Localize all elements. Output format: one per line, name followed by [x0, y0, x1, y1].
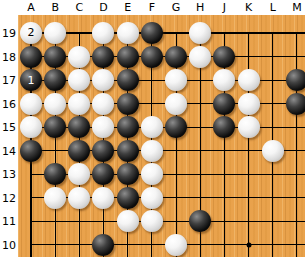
black-stone-M16[interactable] — [286, 93, 305, 115]
white-stone-J17[interactable] — [213, 69, 235, 91]
row-label-14: 14 — [2, 144, 16, 157]
intersection-J19[interactable] — [212, 21, 236, 45]
white-stone-D16[interactable] — [92, 93, 114, 115]
white-stone-D19[interactable] — [92, 22, 114, 44]
intersection-L19[interactable] — [261, 21, 285, 45]
intersection-F10[interactable] — [140, 233, 164, 257]
intersection-E17[interactable] — [116, 68, 140, 92]
white-stone-K17[interactable] — [238, 69, 260, 91]
intersection-F12[interactable] — [140, 186, 164, 210]
intersection-C16[interactable] — [67, 92, 91, 116]
intersection-M12[interactable] — [285, 186, 305, 210]
intersection-G12[interactable] — [164, 186, 188, 210]
black-stone-E17[interactable] — [117, 69, 139, 91]
intersection-C17[interactable] — [67, 68, 91, 92]
intersection-D18[interactable] — [91, 45, 115, 69]
intersection-K13[interactable] — [236, 162, 260, 186]
column-label-G: G — [172, 1, 181, 14]
black-stone-G15[interactable] — [165, 116, 187, 138]
intersection-J16[interactable] — [212, 92, 236, 116]
intersection-F14[interactable] — [140, 139, 164, 163]
intersection-B17[interactable] — [43, 68, 67, 92]
intersection-B11[interactable] — [43, 210, 67, 234]
intersection-A11[interactable] — [19, 210, 43, 234]
intersection-D19[interactable] — [91, 21, 115, 45]
black-stone-B13[interactable] — [44, 163, 66, 185]
black-stone-B15[interactable] — [44, 116, 66, 138]
column-label-K: K — [245, 1, 252, 14]
intersection-K16[interactable] — [236, 92, 260, 116]
intersection-D16[interactable] — [91, 92, 115, 116]
intersection-K10[interactable] — [236, 233, 260, 257]
intersection-K18[interactable] — [236, 45, 260, 69]
intersection-F19[interactable] — [140, 21, 164, 45]
intersection-C14[interactable] — [67, 139, 91, 163]
black-stone-D18[interactable] — [92, 46, 114, 68]
intersection-F17[interactable] — [140, 68, 164, 92]
intersection-E15[interactable] — [116, 115, 140, 139]
intersection-L12[interactable] — [261, 186, 285, 210]
white-stone-C16[interactable] — [68, 93, 90, 115]
intersection-L11[interactable] — [261, 210, 285, 234]
intersection-M15[interactable] — [285, 115, 305, 139]
intersection-B12[interactable] — [43, 186, 67, 210]
intersection-M11[interactable] — [285, 210, 305, 234]
intersection-K19[interactable] — [236, 21, 260, 45]
intersection-B13[interactable] — [43, 162, 67, 186]
intersection-C10[interactable] — [67, 233, 91, 257]
intersection-H14[interactable] — [188, 139, 212, 163]
black-stone-E13[interactable] — [117, 163, 139, 185]
intersection-M14[interactable] — [285, 139, 305, 163]
intersection-E19[interactable] — [116, 21, 140, 45]
intersection-H16[interactable] — [188, 92, 212, 116]
column-label-H: H — [196, 1, 204, 14]
black-stone-J16[interactable] — [213, 93, 235, 115]
intersection-A15[interactable] — [19, 115, 43, 139]
intersection-B15[interactable] — [43, 115, 67, 139]
intersection-E12[interactable] — [116, 186, 140, 210]
intersection-H12[interactable] — [188, 186, 212, 210]
intersection-B16[interactable] — [43, 92, 67, 116]
white-stone-D17[interactable] — [92, 69, 114, 91]
intersection-L10[interactable] — [261, 233, 285, 257]
intersection-H18[interactable] — [188, 45, 212, 69]
intersection-H19[interactable] — [188, 21, 212, 45]
black-stone-E15[interactable] — [117, 116, 139, 138]
intersection-K17[interactable] — [236, 68, 260, 92]
column-label-M: M — [292, 1, 302, 14]
intersection-K15[interactable] — [236, 115, 260, 139]
intersection-E18[interactable] — [116, 45, 140, 69]
black-stone-D10[interactable] — [92, 234, 114, 256]
intersection-A14[interactable] — [19, 139, 43, 163]
white-stone-G17[interactable] — [165, 69, 187, 91]
intersection-D12[interactable] — [91, 186, 115, 210]
white-stone-B12[interactable] — [44, 187, 66, 209]
intersection-L18[interactable] — [261, 45, 285, 69]
black-stone-B18[interactable] — [44, 46, 66, 68]
black-stone-B17[interactable] — [44, 69, 66, 91]
intersection-C18[interactable] — [67, 45, 91, 69]
column-label-A: A — [27, 1, 35, 14]
white-stone-A16[interactable] — [20, 93, 42, 115]
row-labels: 19181716151413121110 — [0, 0, 18, 257]
intersection-E11[interactable] — [116, 210, 140, 234]
white-stone-A15[interactable] — [20, 116, 42, 138]
intersection-J15[interactable] — [212, 115, 236, 139]
intersection-C11[interactable] — [67, 210, 91, 234]
intersection-F13[interactable] — [140, 162, 164, 186]
intersection-G19[interactable] — [164, 21, 188, 45]
intersection-D14[interactable] — [91, 139, 115, 163]
intersection-M18[interactable] — [285, 45, 305, 69]
column-labels: ABCDEFGHJKLM — [0, 0, 305, 15]
white-stone-E11[interactable] — [117, 210, 139, 232]
column-label-C: C — [76, 1, 84, 14]
black-stone-D14[interactable] — [92, 140, 114, 162]
intersection-G11[interactable] — [164, 210, 188, 234]
white-stone-F15[interactable] — [141, 116, 163, 138]
white-stone-C17[interactable] — [68, 69, 90, 91]
black-stone-J15[interactable] — [213, 116, 235, 138]
intersection-G16[interactable] — [164, 92, 188, 116]
intersection-B19[interactable] — [43, 21, 67, 45]
stone-move-number-A17: 1 — [27, 75, 34, 86]
intersection-K11[interactable] — [236, 210, 260, 234]
intersection-J18[interactable] — [212, 45, 236, 69]
column-label-D: D — [99, 1, 107, 14]
intersection-M10[interactable] — [285, 233, 305, 257]
column-label-B: B — [51, 1, 59, 14]
white-stone-D15[interactable] — [92, 116, 114, 138]
white-stone-C18[interactable] — [68, 46, 90, 68]
row-label-16: 16 — [2, 97, 16, 110]
white-stone-D12[interactable] — [92, 187, 114, 209]
black-stone-E16[interactable] — [117, 93, 139, 115]
black-stone-E18[interactable] — [117, 46, 139, 68]
intersection-L17[interactable] — [261, 68, 285, 92]
intersection-J12[interactable] — [212, 186, 236, 210]
intersection-M19[interactable] — [285, 21, 305, 45]
black-stone-C15[interactable] — [68, 116, 90, 138]
intersection-J14[interactable] — [212, 139, 236, 163]
intersection-F18[interactable] — [140, 45, 164, 69]
white-stone-F13[interactable] — [141, 163, 163, 185]
black-stone-A14[interactable] — [20, 140, 42, 162]
intersection-J11[interactable] — [212, 210, 236, 234]
intersection-E13[interactable] — [116, 162, 140, 186]
intersection-L15[interactable] — [261, 115, 285, 139]
intersection-M13[interactable] — [285, 162, 305, 186]
intersection-J13[interactable] — [212, 162, 236, 186]
intersection-D11[interactable] — [91, 210, 115, 234]
black-stone-C14[interactable] — [68, 140, 90, 162]
intersection-C13[interactable] — [67, 162, 91, 186]
intersection-E14[interactable] — [116, 139, 140, 163]
intersection-G17[interactable] — [164, 68, 188, 92]
white-stone-E19[interactable] — [117, 22, 139, 44]
white-stone-L14[interactable] — [262, 140, 284, 162]
intersection-D17[interactable] — [91, 68, 115, 92]
intersection-F15[interactable] — [140, 115, 164, 139]
row-label-10: 10 — [2, 238, 16, 251]
intersection-E10[interactable] — [116, 233, 140, 257]
column-label-F: F — [149, 1, 155, 14]
black-stone-J18[interactable] — [213, 46, 235, 68]
board-intersections: 21 — [19, 21, 305, 256]
intersection-H17[interactable] — [188, 68, 212, 92]
black-stone-F18[interactable] — [141, 46, 163, 68]
white-stone-G10[interactable] — [165, 234, 187, 256]
white-stone-A19[interactable]: 2 — [20, 22, 42, 44]
row-label-11: 11 — [2, 215, 16, 228]
row-label-15: 15 — [2, 121, 16, 134]
intersection-D15[interactable] — [91, 115, 115, 139]
black-stone-H11[interactable] — [189, 210, 211, 232]
stone-move-number-A19: 2 — [27, 27, 34, 38]
row-label-18: 18 — [2, 50, 16, 63]
black-stone-F19[interactable] — [141, 22, 163, 44]
white-stone-F14[interactable] — [141, 140, 163, 162]
white-stone-H18[interactable] — [189, 46, 211, 68]
intersection-F11[interactable] — [140, 210, 164, 234]
intersection-H13[interactable] — [188, 162, 212, 186]
intersection-G13[interactable] — [164, 162, 188, 186]
row-label-17: 17 — [2, 74, 16, 87]
intersection-J17[interactable] — [212, 68, 236, 92]
white-stone-C12[interactable] — [68, 187, 90, 209]
intersection-M17[interactable] — [285, 68, 305, 92]
intersection-A19[interactable]: 2 — [19, 21, 43, 45]
white-stone-B19[interactable] — [44, 22, 66, 44]
black-stone-A17[interactable]: 1 — [20, 69, 42, 91]
intersection-G14[interactable] — [164, 139, 188, 163]
white-stone-K16[interactable] — [238, 93, 260, 115]
intersection-E16[interactable] — [116, 92, 140, 116]
intersection-A13[interactable] — [19, 162, 43, 186]
go-board: 21 — [18, 15, 305, 257]
black-stone-D13[interactable] — [92, 163, 114, 185]
intersection-K14[interactable] — [236, 139, 260, 163]
column-label-E: E — [124, 1, 131, 14]
row-label-19: 19 — [2, 27, 16, 40]
white-stone-K15[interactable] — [238, 116, 260, 138]
white-stone-B16[interactable] — [44, 93, 66, 115]
intersection-L13[interactable] — [261, 162, 285, 186]
intersection-F16[interactable] — [140, 92, 164, 116]
intersection-L16[interactable] — [261, 92, 285, 116]
white-stone-C13[interactable] — [68, 163, 90, 185]
column-label-L: L — [270, 1, 276, 14]
intersection-A10[interactable] — [19, 233, 43, 257]
intersection-M16[interactable] — [285, 92, 305, 116]
intersection-H15[interactable] — [188, 115, 212, 139]
intersection-C15[interactable] — [67, 115, 91, 139]
intersection-J10[interactable] — [212, 233, 236, 257]
intersection-C12[interactable] — [67, 186, 91, 210]
intersection-A18[interactable] — [19, 45, 43, 69]
row-label-12: 12 — [2, 191, 16, 204]
black-stone-G18[interactable] — [165, 46, 187, 68]
intersection-A16[interactable] — [19, 92, 43, 116]
intersection-A17[interactable]: 1 — [19, 68, 43, 92]
intersection-H10[interactable] — [188, 233, 212, 257]
black-stone-M17[interactable] — [286, 69, 305, 91]
row-label-13: 13 — [2, 168, 16, 181]
intersection-B10[interactable] — [43, 233, 67, 257]
intersection-G18[interactable] — [164, 45, 188, 69]
intersection-D10[interactable] — [91, 233, 115, 257]
black-stone-E14[interactable] — [117, 140, 139, 162]
intersection-B14[interactable] — [43, 139, 67, 163]
intersection-C19[interactable] — [67, 21, 91, 45]
intersection-G10[interactable] — [164, 233, 188, 257]
intersection-B18[interactable] — [43, 45, 67, 69]
white-stone-G16[interactable] — [165, 93, 187, 115]
intersection-H11[interactable] — [188, 210, 212, 234]
black-stone-A18[interactable] — [20, 46, 42, 68]
white-stone-F11[interactable] — [141, 210, 163, 232]
intersection-L14[interactable] — [261, 139, 285, 163]
black-stone-E12[interactable] — [117, 187, 139, 209]
intersection-K12[interactable] — [236, 186, 260, 210]
intersection-G15[interactable] — [164, 115, 188, 139]
white-stone-F12[interactable] — [141, 187, 163, 209]
column-label-J: J — [223, 1, 226, 14]
intersection-D13[interactable] — [91, 162, 115, 186]
go-board-diagram: 21 ABCDEFGHJKLM 19181716151413121110 — [0, 0, 305, 257]
white-stone-H19[interactable] — [189, 22, 211, 44]
intersection-A12[interactable] — [19, 186, 43, 210]
